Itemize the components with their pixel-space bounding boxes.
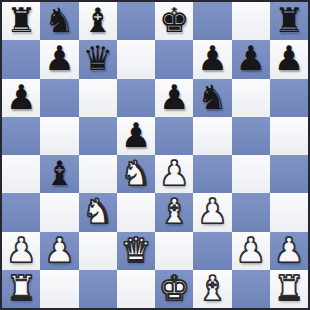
piece-black-pawn[interactable]: ♟ <box>235 41 265 75</box>
square-g6[interactable] <box>232 79 270 117</box>
square-b4[interactable]: ♝ <box>40 155 78 193</box>
square-d3[interactable] <box>117 193 155 231</box>
square-e1[interactable]: ♚ <box>155 270 193 308</box>
piece-white-pawn[interactable]: ♟ <box>197 194 227 228</box>
piece-black-knight[interactable]: ♞ <box>197 80 227 114</box>
square-b8[interactable]: ♞ <box>40 2 78 40</box>
piece-white-bishop[interactable]: ♝ <box>197 271 227 305</box>
square-f5[interactable] <box>193 117 231 155</box>
piece-white-pawn[interactable]: ♟ <box>235 233 265 267</box>
piece-black-pawn[interactable]: ♟ <box>159 80 189 114</box>
piece-black-queen[interactable]: ♛ <box>82 41 112 75</box>
square-f4[interactable] <box>193 155 231 193</box>
square-g5[interactable] <box>232 117 270 155</box>
square-e7[interactable] <box>155 40 193 78</box>
piece-black-bishop[interactable]: ♝ <box>44 156 74 190</box>
square-d5[interactable]: ♟ <box>117 117 155 155</box>
piece-white-pawn[interactable]: ♟ <box>159 156 189 190</box>
square-h8[interactable]: ♜ <box>270 2 308 40</box>
square-h7[interactable]: ♟ <box>270 40 308 78</box>
square-d4[interactable]: ♞ <box>117 155 155 193</box>
square-g1[interactable] <box>232 270 270 308</box>
square-h4[interactable] <box>270 155 308 193</box>
square-b5[interactable] <box>40 117 78 155</box>
piece-white-pawn[interactable]: ♟ <box>44 233 74 267</box>
square-h6[interactable] <box>270 79 308 117</box>
piece-white-bishop[interactable]: ♝ <box>159 194 189 228</box>
square-g3[interactable] <box>232 193 270 231</box>
square-a8[interactable]: ♜ <box>2 2 40 40</box>
piece-white-king[interactable]: ♚ <box>159 271 189 305</box>
square-a4[interactable] <box>2 155 40 193</box>
square-e6[interactable]: ♟ <box>155 79 193 117</box>
piece-black-king[interactable]: ♚ <box>159 3 189 37</box>
square-d6[interactable] <box>117 79 155 117</box>
square-a6[interactable]: ♟ <box>2 79 40 117</box>
square-h5[interactable] <box>270 117 308 155</box>
piece-white-rook[interactable]: ♜ <box>6 271 36 305</box>
square-c5[interactable] <box>79 117 117 155</box>
piece-black-pawn[interactable]: ♟ <box>197 41 227 75</box>
square-e3[interactable]: ♝ <box>155 193 193 231</box>
square-g8[interactable] <box>232 2 270 40</box>
square-f2[interactable] <box>193 232 231 270</box>
square-c2[interactable] <box>79 232 117 270</box>
square-g7[interactable]: ♟ <box>232 40 270 78</box>
square-c7[interactable]: ♛ <box>79 40 117 78</box>
square-a3[interactable] <box>2 193 40 231</box>
square-b3[interactable] <box>40 193 78 231</box>
square-d2[interactable]: ♛ <box>117 232 155 270</box>
square-f6[interactable]: ♞ <box>193 79 231 117</box>
square-f8[interactable] <box>193 2 231 40</box>
square-a2[interactable]: ♟ <box>2 232 40 270</box>
piece-white-pawn[interactable]: ♟ <box>6 233 36 267</box>
square-b1[interactable] <box>40 270 78 308</box>
square-c1[interactable] <box>79 270 117 308</box>
square-f1[interactable]: ♝ <box>193 270 231 308</box>
square-e5[interactable] <box>155 117 193 155</box>
square-c3[interactable]: ♞ <box>79 193 117 231</box>
piece-white-knight[interactable]: ♞ <box>121 156 151 190</box>
square-b6[interactable] <box>40 79 78 117</box>
square-c4[interactable] <box>79 155 117 193</box>
piece-black-rook[interactable]: ♜ <box>6 3 36 37</box>
chess-board: ♜♞♝♚♜♟♛♟♟♟♟♟♞♟♝♞♟♞♝♟♟♟♛♟♟♜♚♝♜ <box>0 0 310 310</box>
square-d1[interactable] <box>117 270 155 308</box>
square-a1[interactable]: ♜ <box>2 270 40 308</box>
square-e8[interactable]: ♚ <box>155 2 193 40</box>
square-b2[interactable]: ♟ <box>40 232 78 270</box>
piece-black-pawn[interactable]: ♟ <box>121 118 151 152</box>
piece-black-pawn[interactable]: ♟ <box>274 41 304 75</box>
square-e2[interactable] <box>155 232 193 270</box>
square-h3[interactable] <box>270 193 308 231</box>
square-e4[interactable]: ♟ <box>155 155 193 193</box>
square-f3[interactable]: ♟ <box>193 193 231 231</box>
chess-board-container: ♜♞♝♚♜♟♛♟♟♟♟♟♞♟♝♞♟♞♝♟♟♟♛♟♟♜♚♝♜ <box>0 0 310 310</box>
piece-black-bishop[interactable]: ♝ <box>82 3 112 37</box>
square-c6[interactable] <box>79 79 117 117</box>
square-h2[interactable]: ♟ <box>270 232 308 270</box>
piece-black-knight[interactable]: ♞ <box>44 3 74 37</box>
square-b7[interactable]: ♟ <box>40 40 78 78</box>
piece-white-rook[interactable]: ♜ <box>274 271 304 305</box>
piece-white-knight[interactable]: ♞ <box>82 194 112 228</box>
piece-white-pawn[interactable]: ♟ <box>274 233 304 267</box>
piece-black-rook[interactable]: ♜ <box>274 3 304 37</box>
square-c8[interactable]: ♝ <box>79 2 117 40</box>
square-g2[interactable]: ♟ <box>232 232 270 270</box>
square-a5[interactable] <box>2 117 40 155</box>
square-h1[interactable]: ♜ <box>270 270 308 308</box>
piece-black-pawn[interactable]: ♟ <box>6 80 36 114</box>
piece-black-pawn[interactable]: ♟ <box>44 41 74 75</box>
square-d7[interactable] <box>117 40 155 78</box>
square-f7[interactable]: ♟ <box>193 40 231 78</box>
square-a7[interactable] <box>2 40 40 78</box>
square-d8[interactable] <box>117 2 155 40</box>
square-g4[interactable] <box>232 155 270 193</box>
piece-white-queen[interactable]: ♛ <box>121 233 151 267</box>
